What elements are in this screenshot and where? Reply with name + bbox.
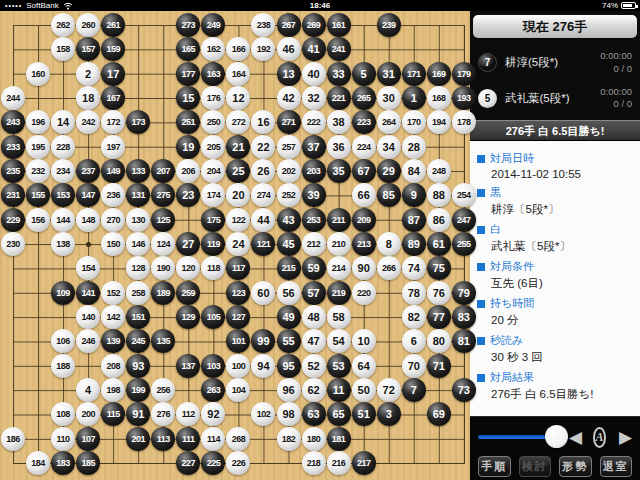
white-stone-182: 182 bbox=[277, 427, 301, 451]
white-stone-128: 128 bbox=[126, 256, 150, 280]
black-stone-139: 139 bbox=[101, 329, 125, 353]
white-stone-150: 150 bbox=[101, 232, 125, 256]
white-stone-54: 54 bbox=[327, 329, 351, 353]
black-stone-149: 149 bbox=[101, 159, 125, 183]
black-stone-109: 109 bbox=[51, 281, 75, 305]
black-stone-227: 227 bbox=[176, 451, 200, 475]
white-stone-icon: 5 bbox=[478, 89, 497, 108]
white-stone-2: 2 bbox=[76, 62, 100, 86]
black-stone-259: 259 bbox=[176, 281, 200, 305]
bullet-icon bbox=[477, 189, 485, 197]
keisei-estimate-button[interactable]: 形勢 bbox=[559, 456, 592, 477]
white-stone-82: 82 bbox=[402, 305, 426, 329]
black-stone-79: 79 bbox=[452, 281, 476, 305]
clock: 18:46 bbox=[0, 0, 640, 11]
bullet-icon bbox=[477, 337, 485, 345]
white-stone-274: 274 bbox=[251, 183, 275, 207]
black-stone-89: 89 bbox=[402, 232, 426, 256]
move-slider-knob[interactable] bbox=[545, 425, 568, 448]
result-banner: 276手 白 6.5目勝ち! bbox=[470, 120, 640, 141]
info-label-white: 白 bbox=[477, 222, 633, 237]
black-stone-121: 121 bbox=[251, 232, 275, 256]
black-stone-21: 21 bbox=[226, 135, 250, 159]
info-value-date: 2014-11-02 10:55 bbox=[477, 166, 633, 182]
signal-strength-icon: ••••• bbox=[5, 0, 22, 11]
black-stone-247: 247 bbox=[452, 208, 476, 232]
black-stone-125: 125 bbox=[151, 208, 175, 232]
black-stone-263: 263 bbox=[201, 378, 225, 402]
black-stone-193: 193 bbox=[452, 86, 476, 110]
black-stone-51: 51 bbox=[352, 402, 376, 426]
white-stone-146: 146 bbox=[126, 232, 150, 256]
black-stone-55: 55 bbox=[277, 329, 301, 353]
black-stone-59: 59 bbox=[302, 256, 326, 280]
white-stone-72: 72 bbox=[377, 378, 401, 402]
black-stone-255: 255 bbox=[452, 232, 476, 256]
next-move-button[interactable]: ▶ bbox=[619, 429, 632, 446]
info-label-black: 黒 bbox=[477, 185, 633, 200]
white-stone-220: 220 bbox=[352, 281, 376, 305]
white-stone-14: 14 bbox=[51, 110, 75, 134]
black-stone-29: 29 bbox=[377, 159, 401, 183]
white-stone-124: 124 bbox=[151, 232, 175, 256]
white-stone-110: 110 bbox=[51, 427, 75, 451]
black-stone-229: 229 bbox=[1, 208, 25, 232]
black-stone-83: 83 bbox=[452, 305, 476, 329]
black-stone-111: 111 bbox=[176, 427, 200, 451]
auto-play-button[interactable]: A bbox=[593, 427, 606, 448]
white-stone-48: 48 bbox=[302, 305, 326, 329]
white-stone-224: 224 bbox=[352, 135, 376, 159]
black-stone-231: 231 bbox=[1, 183, 25, 207]
black-stone-17: 17 bbox=[101, 62, 125, 86]
white-stone-214: 214 bbox=[327, 256, 351, 280]
black-stone-99: 99 bbox=[251, 329, 275, 353]
info-label-date: 対局日時 bbox=[477, 151, 633, 166]
black-stone-181: 181 bbox=[327, 427, 351, 451]
white-stone-184: 184 bbox=[26, 451, 50, 475]
white-stone-8: 8 bbox=[377, 232, 401, 256]
white-stone-34: 34 bbox=[377, 135, 401, 159]
white-stone-257: 257 bbox=[277, 135, 301, 159]
status-bar: 18:46 ••••• SoftBank 74% bbox=[0, 0, 640, 11]
players-panel: 7 耕淳(5段*) 0:00:00 0 / 0 5 武礼葉(5段*) 0:00:… bbox=[470, 43, 640, 120]
black-stone-57: 57 bbox=[302, 281, 326, 305]
info-value-white: 武礼葉〔5段*〕 bbox=[477, 237, 633, 256]
white-stone-200: 200 bbox=[76, 402, 100, 426]
white-stone-246: 246 bbox=[76, 329, 100, 353]
white-player-time: 0:00:00 0 / 0 bbox=[600, 86, 632, 112]
white-stone-112: 112 bbox=[176, 402, 200, 426]
white-stone-88: 88 bbox=[427, 183, 451, 207]
white-stone-270: 270 bbox=[101, 208, 125, 232]
black-stone-45: 45 bbox=[277, 232, 301, 256]
white-stone-18: 18 bbox=[76, 86, 100, 110]
white-stone-202: 202 bbox=[277, 159, 301, 183]
black-stone-269: 269 bbox=[302, 13, 326, 37]
white-stone-230: 230 bbox=[1, 232, 25, 256]
black-stone-183: 183 bbox=[51, 451, 75, 475]
white-stone-120: 120 bbox=[176, 256, 200, 280]
white-stone-258: 258 bbox=[126, 281, 150, 305]
white-stone-100: 100 bbox=[226, 354, 250, 378]
black-stone-203: 203 bbox=[302, 159, 326, 183]
white-stone-140: 140 bbox=[76, 305, 100, 329]
white-stone-180: 180 bbox=[302, 427, 326, 451]
white-stone-216: 216 bbox=[327, 451, 351, 475]
black-stone-171: 171 bbox=[402, 62, 426, 86]
black-stone-15: 15 bbox=[176, 86, 200, 110]
info-value-byoyomi: 30 秒 3 回 bbox=[477, 348, 633, 367]
black-stone-27: 27 bbox=[176, 232, 200, 256]
info-value-black: 耕淳〔5段*〕 bbox=[477, 200, 633, 219]
black-stone-49: 49 bbox=[277, 305, 301, 329]
black-stone-11: 11 bbox=[327, 378, 351, 402]
black-stone-273: 273 bbox=[176, 13, 200, 37]
white-stone-194: 194 bbox=[427, 110, 451, 134]
white-stone-256: 256 bbox=[151, 378, 175, 402]
black-stone-249: 249 bbox=[201, 13, 225, 37]
black-stone-77: 77 bbox=[427, 305, 451, 329]
white-stone-196: 196 bbox=[26, 110, 50, 134]
white-stone-58: 58 bbox=[327, 305, 351, 329]
white-stone-204: 204 bbox=[201, 159, 225, 183]
black-stone-161: 161 bbox=[327, 13, 351, 37]
tejun-moves-button[interactable]: 手順 bbox=[478, 456, 511, 477]
white-stone-164: 164 bbox=[226, 62, 250, 86]
white-stone-10: 10 bbox=[352, 329, 376, 353]
black-stone-25: 25 bbox=[226, 159, 250, 183]
white-stone-42: 42 bbox=[277, 86, 301, 110]
white-stone-114: 114 bbox=[201, 427, 225, 451]
game-info-sidebar: 現在 276手 7 耕淳(5段*) 0:00:00 0 / 0 5 武礼葉(5段… bbox=[470, 11, 640, 480]
black-stone-221: 221 bbox=[327, 86, 351, 110]
black-stone-9: 9 bbox=[402, 183, 426, 207]
info-label-result: 対局結果 bbox=[477, 370, 633, 385]
white-stone-264: 264 bbox=[377, 110, 401, 134]
black-stone-235: 235 bbox=[1, 159, 25, 183]
black-stone-237: 237 bbox=[76, 159, 100, 183]
white-stone-236: 236 bbox=[101, 183, 125, 207]
bullet-icon bbox=[477, 374, 485, 382]
white-stone-38: 38 bbox=[327, 110, 351, 134]
white-stone-238: 238 bbox=[251, 13, 275, 37]
white-stone-276: 276 bbox=[151, 402, 175, 426]
black-stone-223: 223 bbox=[352, 110, 376, 134]
game-info-panel: 対局日時 2014-11-02 10:55 黒 耕淳〔5段*〕 白 武礼葉〔5段… bbox=[470, 141, 640, 416]
black-stone-1: 1 bbox=[402, 86, 426, 110]
info-value-main-time: 20 分 bbox=[477, 311, 633, 330]
white-stone-104: 104 bbox=[226, 378, 250, 402]
white-stone-70: 70 bbox=[402, 354, 426, 378]
white-stone-36: 36 bbox=[327, 135, 351, 159]
white-stone-266: 266 bbox=[377, 256, 401, 280]
black-stone-241: 241 bbox=[327, 37, 351, 61]
white-stone-76: 76 bbox=[427, 281, 451, 305]
white-stone-80: 80 bbox=[427, 329, 451, 353]
white-stone-168: 168 bbox=[427, 86, 451, 110]
black-stone-113: 113 bbox=[151, 427, 175, 451]
carrier-label: SoftBank bbox=[26, 0, 58, 11]
black-stone-129: 129 bbox=[176, 305, 200, 329]
black-stone-173: 173 bbox=[126, 110, 150, 134]
black-player-time: 0:00:00 0 / 0 bbox=[600, 50, 632, 76]
black-stone-91: 91 bbox=[126, 402, 150, 426]
white-stone-244: 244 bbox=[1, 86, 25, 110]
white-stone-12: 12 bbox=[226, 86, 250, 110]
white-stone-60: 60 bbox=[251, 281, 275, 305]
white-stone-26: 26 bbox=[251, 159, 275, 183]
white-stone-40: 40 bbox=[302, 62, 326, 86]
taishitsu-leave-button[interactable]: 退室 bbox=[600, 456, 633, 477]
white-stone-160: 160 bbox=[26, 62, 50, 86]
black-stone-155: 155 bbox=[26, 183, 50, 207]
black-stone-179: 179 bbox=[452, 62, 476, 86]
hoshi-star-point bbox=[86, 242, 91, 247]
black-stone-245: 245 bbox=[126, 329, 150, 353]
white-stone-170: 170 bbox=[402, 110, 426, 134]
stones-layer: 2622602612732492382672691612391581571591… bbox=[1, 13, 477, 476]
black-stone-19: 19 bbox=[176, 135, 200, 159]
black-stone-115: 115 bbox=[101, 402, 125, 426]
black-stone-35: 35 bbox=[327, 159, 351, 183]
black-stone-105: 105 bbox=[201, 305, 225, 329]
white-stone-84: 84 bbox=[402, 159, 426, 183]
black-stone-159: 159 bbox=[101, 37, 125, 61]
black-stone-31: 31 bbox=[377, 62, 401, 86]
black-stone-23: 23 bbox=[176, 183, 200, 207]
white-stone-162: 162 bbox=[201, 37, 225, 61]
prev-move-button[interactable]: ◀ bbox=[569, 429, 582, 446]
white-stone-96: 96 bbox=[277, 378, 301, 402]
white-stone-50: 50 bbox=[352, 378, 376, 402]
white-stone-16: 16 bbox=[251, 110, 275, 134]
black-stone-217: 217 bbox=[352, 451, 376, 475]
black-stone-167: 167 bbox=[101, 86, 125, 110]
white-stone-74: 74 bbox=[402, 256, 426, 280]
white-stone-198: 198 bbox=[101, 378, 125, 402]
black-stone-225: 225 bbox=[201, 451, 225, 475]
white-stone-250: 250 bbox=[201, 110, 225, 134]
white-stone-260: 260 bbox=[76, 13, 100, 37]
white-stone-152: 152 bbox=[101, 281, 125, 305]
black-stone-131: 131 bbox=[126, 183, 150, 207]
white-stone-212: 212 bbox=[302, 232, 326, 256]
black-stone-147: 147 bbox=[76, 183, 100, 207]
black-stone-243: 243 bbox=[1, 110, 25, 134]
black-stone-201: 201 bbox=[126, 427, 150, 451]
white-stone-106: 106 bbox=[51, 329, 75, 353]
black-stone-207: 207 bbox=[151, 159, 175, 183]
white-stone-102: 102 bbox=[251, 402, 275, 426]
black-stone-261: 261 bbox=[101, 13, 125, 37]
black-stone-63: 63 bbox=[302, 402, 326, 426]
white-stone-28: 28 bbox=[402, 135, 426, 159]
white-stone-176: 176 bbox=[201, 86, 225, 110]
black-stone-65: 65 bbox=[327, 402, 351, 426]
white-stone-248: 248 bbox=[427, 159, 451, 183]
white-stone-210: 210 bbox=[327, 232, 351, 256]
white-stone-156: 156 bbox=[26, 208, 50, 232]
white-stone-222: 222 bbox=[302, 110, 326, 134]
white-stone-6: 6 bbox=[402, 329, 426, 353]
kentou-review-button[interactable]: 検討 bbox=[519, 456, 552, 477]
white-stone-188: 188 bbox=[51, 354, 75, 378]
black-stone-107: 107 bbox=[76, 427, 100, 451]
black-stone-41: 41 bbox=[302, 37, 326, 61]
white-stone-64: 64 bbox=[352, 354, 376, 378]
black-stone-85: 85 bbox=[377, 183, 401, 207]
white-stone-30: 30 bbox=[377, 86, 401, 110]
bullet-icon bbox=[477, 263, 485, 271]
white-stone-208: 208 bbox=[101, 354, 125, 378]
black-stone-157: 157 bbox=[76, 37, 100, 61]
white-stone-272: 272 bbox=[226, 110, 250, 134]
battery-percent: 74% bbox=[602, 0, 618, 11]
black-stone-153: 153 bbox=[51, 183, 75, 207]
black-stone-icon: 7 bbox=[478, 53, 497, 72]
black-stone-233: 233 bbox=[1, 135, 25, 159]
info-label-conditions: 対局条件 bbox=[477, 259, 633, 274]
current-move-header: 現在 276手 bbox=[473, 15, 637, 38]
white-stone-90: 90 bbox=[352, 256, 376, 280]
info-label-main-time: 持ち時間 bbox=[477, 296, 633, 311]
black-stone-189: 189 bbox=[151, 281, 175, 305]
white-stone-174: 174 bbox=[201, 183, 225, 207]
white-stone-234: 234 bbox=[51, 159, 75, 183]
white-stone-186: 186 bbox=[1, 427, 25, 451]
black-player-name: 耕淳(5段*) bbox=[505, 55, 558, 70]
black-stone-33: 33 bbox=[327, 62, 351, 86]
bullet-icon bbox=[477, 226, 485, 234]
black-stone-135: 135 bbox=[151, 329, 175, 353]
black-stone-123: 123 bbox=[226, 281, 250, 305]
black-stone-141: 141 bbox=[76, 281, 100, 305]
black-stone-3: 3 bbox=[377, 402, 401, 426]
black-stone-53: 53 bbox=[327, 354, 351, 378]
white-stone-166: 166 bbox=[226, 37, 250, 61]
white-stone-148: 148 bbox=[76, 208, 100, 232]
black-stone-5: 5 bbox=[352, 62, 376, 86]
bullet-icon bbox=[477, 155, 485, 163]
info-value-result: 276手 白 6.5目勝ち! bbox=[477, 385, 633, 404]
white-stone-56: 56 bbox=[277, 281, 301, 305]
black-stone-127: 127 bbox=[226, 305, 250, 329]
player-row-black: 7 耕淳(5段*) 0:00:00 0 / 0 bbox=[470, 45, 640, 81]
black-stone-61: 61 bbox=[427, 232, 451, 256]
black-stone-239: 239 bbox=[377, 13, 401, 37]
black-stone-151: 151 bbox=[126, 305, 150, 329]
black-stone-69: 69 bbox=[427, 402, 451, 426]
black-stone-13: 13 bbox=[277, 62, 301, 86]
black-stone-93: 93 bbox=[126, 354, 150, 378]
white-stone-206: 206 bbox=[176, 159, 200, 183]
black-stone-215: 215 bbox=[277, 256, 301, 280]
white-stone-197: 197 bbox=[101, 135, 125, 159]
white-stone-268: 268 bbox=[226, 427, 250, 451]
black-stone-75: 75 bbox=[427, 256, 451, 280]
white-stone-262: 262 bbox=[51, 13, 75, 37]
white-stone-158: 158 bbox=[51, 37, 75, 61]
white-stone-66: 66 bbox=[352, 183, 376, 207]
white-player-name: 武礼葉(5段*) bbox=[505, 91, 570, 106]
white-stone-228: 228 bbox=[51, 135, 75, 159]
white-stone-92: 92 bbox=[201, 402, 225, 426]
black-stone-87: 87 bbox=[402, 208, 426, 232]
white-stone-195: 195 bbox=[26, 135, 50, 159]
black-stone-213: 213 bbox=[352, 232, 376, 256]
black-stone-209: 209 bbox=[352, 208, 376, 232]
black-stone-67: 67 bbox=[352, 159, 376, 183]
move-slider[interactable] bbox=[478, 435, 556, 439]
white-stone-24: 24 bbox=[226, 232, 250, 256]
black-stone-137: 137 bbox=[176, 354, 200, 378]
black-stone-103: 103 bbox=[201, 354, 225, 378]
black-stone-219: 219 bbox=[327, 281, 351, 305]
white-stone-62: 62 bbox=[302, 378, 326, 402]
black-stone-271: 271 bbox=[277, 110, 301, 134]
white-stone-22: 22 bbox=[251, 135, 275, 159]
player-row-white: 5 武礼葉(5段*) 0:00:00 0 / 0 bbox=[470, 81, 640, 117]
white-stone-205: 205 bbox=[201, 135, 225, 159]
black-stone-165: 165 bbox=[176, 37, 200, 61]
black-stone-119: 119 bbox=[201, 232, 225, 256]
playback-controls: ◀ A ▶ 手順 検討 形勢 退室 bbox=[470, 416, 640, 480]
black-stone-199: 199 bbox=[126, 378, 150, 402]
white-stone-154: 154 bbox=[76, 256, 100, 280]
bullet-icon bbox=[477, 300, 485, 308]
black-stone-177: 177 bbox=[176, 62, 200, 86]
white-stone-118: 118 bbox=[201, 256, 225, 280]
white-stone-142: 142 bbox=[101, 305, 125, 329]
black-stone-211: 211 bbox=[327, 208, 351, 232]
black-stone-265: 265 bbox=[352, 86, 376, 110]
white-stone-47: 47 bbox=[302, 329, 326, 353]
wifi-icon bbox=[63, 2, 73, 10]
black-stone-101: 101 bbox=[226, 329, 250, 353]
white-stone-108: 108 bbox=[51, 402, 75, 426]
white-stone-4: 4 bbox=[76, 378, 100, 402]
white-stone-232: 232 bbox=[26, 159, 50, 183]
black-stone-37: 37 bbox=[302, 135, 326, 159]
black-stone-185: 185 bbox=[76, 451, 100, 475]
white-stone-20: 20 bbox=[226, 183, 250, 207]
white-stone-172: 172 bbox=[101, 110, 125, 134]
white-stone-32: 32 bbox=[302, 86, 326, 110]
white-stone-138: 138 bbox=[51, 232, 75, 256]
black-stone-95: 95 bbox=[277, 354, 301, 378]
go-board[interactable]: 2622602612732492382672691612391581571591… bbox=[0, 11, 470, 480]
black-stone-71: 71 bbox=[427, 354, 451, 378]
black-stone-253: 253 bbox=[302, 208, 326, 232]
white-stone-226: 226 bbox=[226, 451, 250, 475]
info-label-byoyomi: 秒読み bbox=[477, 333, 633, 348]
black-stone-133: 133 bbox=[126, 159, 150, 183]
white-stone-44: 44 bbox=[251, 208, 275, 232]
white-stone-122: 122 bbox=[226, 208, 250, 232]
white-stone-86: 86 bbox=[427, 208, 451, 232]
black-stone-39: 39 bbox=[302, 183, 326, 207]
battery-icon bbox=[621, 2, 636, 9]
white-stone-190: 190 bbox=[151, 256, 175, 280]
black-stone-169: 169 bbox=[427, 62, 451, 86]
black-stone-275: 275 bbox=[151, 183, 175, 207]
white-stone-252: 252 bbox=[277, 183, 301, 207]
info-value-conditions: 互先 (6目) bbox=[477, 274, 633, 293]
white-stone-242: 242 bbox=[76, 110, 100, 134]
white-stone-218: 218 bbox=[302, 451, 326, 475]
white-stone-52: 52 bbox=[302, 354, 326, 378]
